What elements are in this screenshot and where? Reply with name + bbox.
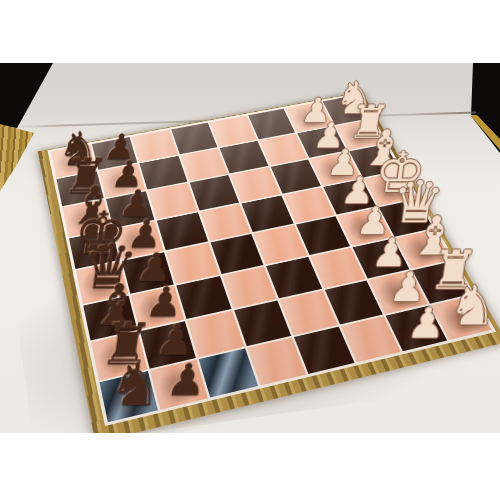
board-square: ♞ (99, 371, 157, 423)
board-square (247, 337, 307, 386)
photograph: ♞♟♟♞♜♟♟♜♝♟♟♝♚♟♟♚♛♟♟♛♝♟♟♝♜♟♟♜♞♟♟♞ (0, 63, 500, 433)
cream-pawn: ♟ (405, 302, 449, 344)
board-square (210, 234, 263, 274)
board-perspective-container: ♞♟♟♞♜♟♟♜♝♟♟♝♚♟♟♚♛♟♟♛♝♟♟♝♜♟♟♜♞♟♟♞ (47, 63, 458, 413)
black-backdrop-corner-left (0, 63, 60, 133)
brown-pawn: ♟ (164, 358, 210, 402)
brown-knight: ♞ (106, 355, 167, 414)
cream-knight: ♞ (445, 278, 500, 333)
board-square (241, 195, 293, 232)
table-edge-wood-strip (0, 121, 40, 196)
